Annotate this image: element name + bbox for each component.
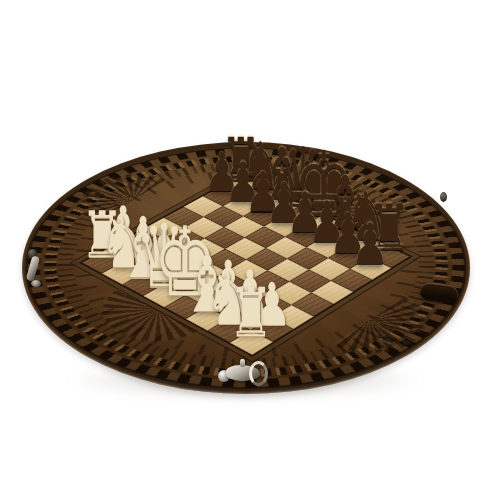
- latch-arm-icon: [26, 255, 41, 281]
- right-knob-icon: [440, 192, 447, 202]
- clasp-loop-icon: [249, 361, 268, 386]
- clasp-pin-icon: [240, 359, 245, 367]
- product-photo[interactable]: ♜♞♝♛♚♝♞♜♟♟♟♟♟♟♟♟♟♟♟♟♟♟♟♟♜♞♝♛♚♝♞♜: [0, 0, 500, 500]
- latch-foot-icon: [31, 280, 41, 287]
- checkerboard-grid: [79, 174, 413, 357]
- front-clasp-icon: [218, 358, 270, 390]
- left-latch-icon: [21, 249, 43, 291]
